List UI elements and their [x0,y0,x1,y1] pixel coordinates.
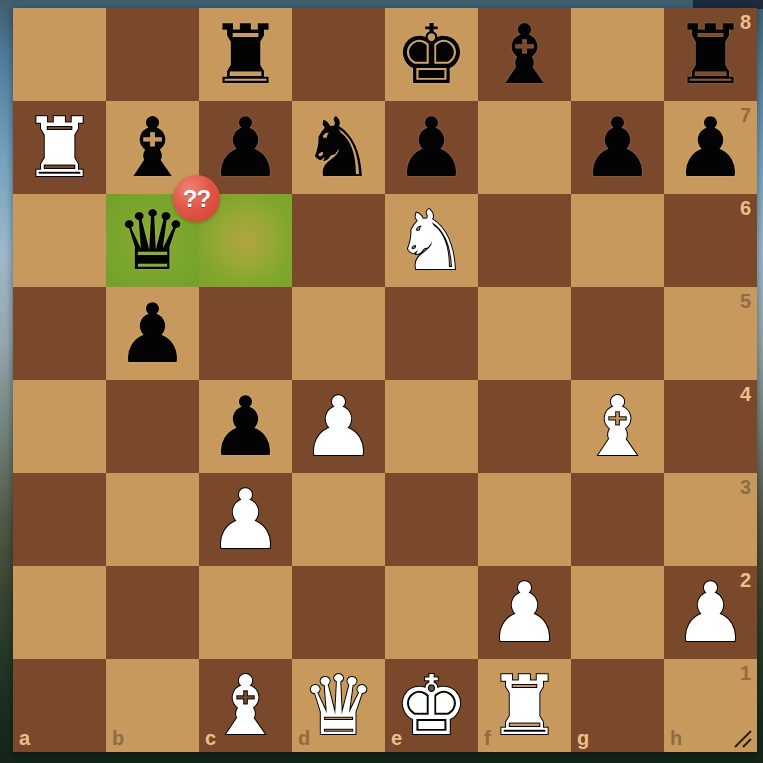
square-h8[interactable]: ♜8 [664,8,757,101]
square-d3[interactable] [292,473,385,566]
piece-white-rook[interactable]: ♜ [478,659,571,752]
file-label-a: a [19,728,30,748]
square-g7[interactable]: ♟ [571,101,664,194]
piece-white-bishop[interactable]: ♝ [571,380,664,473]
square-d7[interactable]: ♞ [292,101,385,194]
board-resize-handle-icon[interactable] [732,728,754,750]
piece-black-pawn[interactable]: ♟ [106,287,199,380]
square-f6[interactable] [478,194,571,287]
square-b4[interactable] [106,380,199,473]
square-a6[interactable] [13,194,106,287]
square-e8[interactable]: ♚ [385,8,478,101]
piece-white-pawn[interactable]: ♟ [478,566,571,659]
square-g4[interactable]: ♝ [571,380,664,473]
square-b5[interactable]: ♟ [106,287,199,380]
piece-black-bishop[interactable]: ♝ [478,8,571,101]
piece-black-rook[interactable]: ♜ [199,8,292,101]
square-a3[interactable] [13,473,106,566]
square-e6[interactable]: ♞ [385,194,478,287]
square-b2[interactable] [106,566,199,659]
square-h3[interactable]: 3 [664,473,757,566]
square-d4[interactable]: ♟ [292,380,385,473]
square-h2[interactable]: ♟2 [664,566,757,659]
square-c7[interactable]: ♟ [199,101,292,194]
square-f3[interactable] [478,473,571,566]
square-a7[interactable]: ♜ [13,101,106,194]
square-a1[interactable]: a [13,659,106,752]
piece-white-pawn[interactable]: ♟ [199,473,292,566]
square-f1[interactable]: ♜f [478,659,571,752]
piece-black-knight[interactable]: ♞ [292,101,385,194]
square-d1[interactable]: ♛d [292,659,385,752]
square-c4[interactable]: ♟ [199,380,292,473]
square-a2[interactable] [13,566,106,659]
square-g2[interactable] [571,566,664,659]
square-e3[interactable] [385,473,478,566]
piece-black-pawn[interactable]: ♟ [199,101,292,194]
square-c1[interactable]: ♝c [199,659,292,752]
file-label-g: g [577,728,589,748]
square-g6[interactable] [571,194,664,287]
square-e4[interactable] [385,380,478,473]
square-c2[interactable] [199,566,292,659]
square-d8[interactable] [292,8,385,101]
square-h7[interactable]: ♟7 [664,101,757,194]
rank-label-5: 5 [740,291,751,311]
piece-black-pawn[interactable]: ♟ [199,380,292,473]
square-h4[interactable]: 4 [664,380,757,473]
piece-black-king[interactable]: ♚ [385,8,478,101]
square-a5[interactable] [13,287,106,380]
square-e1[interactable]: ♚e [385,659,478,752]
chess-board: ♜♚♝♜8♜♝♟♞♟♟♟7♛??♞6♟5♟♟♝4♟3♟♟2ab♝c♛d♚e♜fg… [13,8,757,752]
piece-white-queen[interactable]: ♛ [292,659,385,752]
piece-white-bishop[interactable]: ♝ [199,659,292,752]
piece-black-pawn[interactable]: ♟ [664,101,757,194]
square-f2[interactable]: ♟ [478,566,571,659]
square-a4[interactable] [13,380,106,473]
square-b8[interactable] [106,8,199,101]
piece-white-king[interactable]: ♚ [385,659,478,752]
square-h5[interactable]: 5 [664,287,757,380]
square-d2[interactable] [292,566,385,659]
piece-white-rook[interactable]: ♜ [13,101,106,194]
file-label-h: h [670,728,682,748]
rank-label-4: 4 [740,384,751,404]
square-e2[interactable] [385,566,478,659]
piece-black-pawn[interactable]: ♟ [385,101,478,194]
square-g1[interactable]: g [571,659,664,752]
square-f8[interactable]: ♝ [478,8,571,101]
rank-label-3: 3 [740,477,751,497]
square-c5[interactable] [199,287,292,380]
blunder-badge: ?? [173,175,220,222]
square-g5[interactable] [571,287,664,380]
square-h6[interactable]: 6 [664,194,757,287]
square-b3[interactable] [106,473,199,566]
piece-white-pawn[interactable]: ♟ [292,380,385,473]
square-c8[interactable]: ♜ [199,8,292,101]
square-c3[interactable]: ♟ [199,473,292,566]
square-f7[interactable] [478,101,571,194]
square-e5[interactable] [385,287,478,380]
rank-label-1: 1 [740,663,751,683]
square-g3[interactable] [571,473,664,566]
square-f5[interactable] [478,287,571,380]
square-d5[interactable] [292,287,385,380]
piece-black-pawn[interactable]: ♟ [571,101,664,194]
piece-white-knight[interactable]: ♞ [385,194,478,287]
piece-white-pawn[interactable]: ♟ [664,566,757,659]
piece-black-rook[interactable]: ♜ [664,8,757,101]
square-g8[interactable] [571,8,664,101]
square-f4[interactable] [478,380,571,473]
file-label-b: b [112,728,124,748]
square-b1[interactable]: b [106,659,199,752]
square-b6[interactable]: ♛?? [106,194,199,287]
square-e7[interactable]: ♟ [385,101,478,194]
square-d6[interactable] [292,194,385,287]
square-a8[interactable] [13,8,106,101]
rank-label-6: 6 [740,198,751,218]
